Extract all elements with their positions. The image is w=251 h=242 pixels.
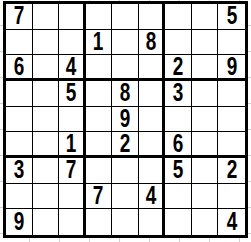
cell-r3c6[interactable] bbox=[139, 55, 166, 81]
cell-r3c9[interactable]: 9 bbox=[218, 55, 245, 81]
cell-r7c6[interactable] bbox=[139, 158, 166, 184]
cell-r6c5[interactable]: 2 bbox=[112, 132, 139, 158]
cell-r9c2[interactable] bbox=[33, 209, 60, 235]
given-digit: 4 bbox=[145, 184, 156, 209]
cell-r2c8[interactable] bbox=[192, 30, 219, 56]
given-digit: 9 bbox=[13, 209, 24, 235]
cell-r9c8[interactable] bbox=[192, 209, 219, 235]
cell-r5c6[interactable] bbox=[139, 107, 166, 133]
given-digit: 7 bbox=[93, 184, 104, 209]
cell-r4c9[interactable] bbox=[218, 81, 245, 107]
cell-r3c8[interactable] bbox=[192, 55, 219, 81]
cell-r6c4[interactable] bbox=[86, 132, 113, 158]
cell-r3c1[interactable]: 6 bbox=[6, 55, 33, 81]
cell-r9c6[interactable] bbox=[139, 209, 166, 235]
cell-r3c2[interactable] bbox=[33, 55, 60, 81]
cell-r5c8[interactable] bbox=[192, 107, 219, 133]
given-digit: 8 bbox=[120, 81, 131, 106]
cell-r8c9[interactable] bbox=[218, 184, 245, 210]
cell-r2c3[interactable] bbox=[59, 30, 86, 56]
cell-r7c4[interactable] bbox=[86, 158, 113, 184]
given-digit: 5 bbox=[173, 158, 184, 183]
cell-r8c5[interactable] bbox=[112, 184, 139, 210]
cell-r2c9[interactable] bbox=[218, 30, 245, 56]
cell-r6c6[interactable] bbox=[139, 132, 166, 158]
cell-r7c5[interactable] bbox=[112, 158, 139, 184]
cell-r5c2[interactable] bbox=[33, 107, 60, 133]
cell-r9c1[interactable]: 9 bbox=[6, 209, 33, 235]
given-digit: 8 bbox=[145, 30, 156, 55]
cell-r8c6[interactable]: 4 bbox=[139, 184, 166, 210]
cell-r4c3[interactable]: 5 bbox=[59, 81, 86, 107]
cell-r6c1[interactable] bbox=[6, 132, 33, 158]
given-digit: 6 bbox=[173, 132, 184, 156]
cell-r4c4[interactable] bbox=[86, 81, 113, 107]
cell-r6c2[interactable] bbox=[33, 132, 60, 158]
cell-r4c5[interactable]: 8 bbox=[112, 81, 139, 107]
given-digit: 5 bbox=[226, 4, 237, 29]
cell-r6c3[interactable]: 1 bbox=[59, 132, 86, 158]
cell-r1c8[interactable] bbox=[192, 4, 219, 30]
cell-r2c4[interactable]: 1 bbox=[86, 30, 113, 56]
given-digit: 1 bbox=[93, 30, 104, 55]
cell-r7c1[interactable]: 3 bbox=[6, 158, 33, 184]
cell-r2c1[interactable] bbox=[6, 30, 33, 56]
given-digit: 3 bbox=[173, 81, 184, 106]
cell-r7c9[interactable]: 2 bbox=[218, 158, 245, 184]
cell-r6c8[interactable] bbox=[192, 132, 219, 158]
cell-r9c7[interactable] bbox=[165, 209, 192, 235]
cell-r7c8[interactable] bbox=[192, 158, 219, 184]
cell-r7c7[interactable]: 5 bbox=[165, 158, 192, 184]
sudoku-board: 75186429583912637527494 bbox=[3, 1, 248, 238]
cell-r9c4[interactable] bbox=[86, 209, 113, 235]
cell-r4c6[interactable] bbox=[139, 81, 166, 107]
cell-r1c6[interactable] bbox=[139, 4, 166, 30]
cell-r9c5[interactable] bbox=[112, 209, 139, 235]
given-digit: 7 bbox=[13, 4, 24, 29]
cell-r8c8[interactable] bbox=[192, 184, 219, 210]
cell-r8c3[interactable] bbox=[59, 184, 86, 210]
cell-r5c9[interactable] bbox=[218, 107, 245, 133]
cell-r3c7[interactable]: 2 bbox=[165, 55, 192, 81]
given-digit: 1 bbox=[66, 132, 77, 156]
given-digit: 5 bbox=[66, 81, 77, 106]
cell-r5c4[interactable] bbox=[86, 107, 113, 133]
given-digit: 2 bbox=[120, 132, 131, 156]
cell-r1c9[interactable]: 5 bbox=[218, 4, 245, 30]
given-digit: 7 bbox=[66, 158, 77, 183]
given-digit: 4 bbox=[66, 55, 77, 79]
cell-r1c1[interactable]: 7 bbox=[6, 4, 33, 30]
cell-r5c7[interactable] bbox=[165, 107, 192, 133]
cell-r7c2[interactable] bbox=[33, 158, 60, 184]
spreadsheet-background: 75186429583912637527494 bbox=[0, 0, 251, 242]
given-digit: 9 bbox=[120, 107, 131, 132]
cell-r8c7[interactable] bbox=[165, 184, 192, 210]
cell-r7c3[interactable]: 7 bbox=[59, 158, 86, 184]
given-digit: 6 bbox=[13, 55, 24, 79]
cell-r4c8[interactable] bbox=[192, 81, 219, 107]
given-digit: 2 bbox=[173, 55, 184, 79]
cell-r5c5[interactable]: 9 bbox=[112, 107, 139, 133]
given-digit: 4 bbox=[226, 209, 237, 235]
given-digit: 9 bbox=[226, 55, 237, 79]
cell-r3c4[interactable] bbox=[86, 55, 113, 81]
cell-r8c1[interactable] bbox=[6, 184, 33, 210]
cell-r5c1[interactable] bbox=[6, 107, 33, 133]
cell-r2c5[interactable] bbox=[112, 30, 139, 56]
cell-r4c1[interactable] bbox=[6, 81, 33, 107]
cell-r9c3[interactable] bbox=[59, 209, 86, 235]
cell-r3c5[interactable] bbox=[112, 55, 139, 81]
cell-r4c7[interactable]: 3 bbox=[165, 81, 192, 107]
cell-r1c5[interactable] bbox=[112, 4, 139, 30]
cell-r8c4[interactable]: 7 bbox=[86, 184, 113, 210]
cell-r2c2[interactable] bbox=[33, 30, 60, 56]
cell-r1c2[interactable] bbox=[33, 4, 60, 30]
cell-r5c3[interactable] bbox=[59, 107, 86, 133]
cell-r1c4[interactable] bbox=[86, 4, 113, 30]
cell-r4c2[interactable] bbox=[33, 81, 60, 107]
given-digit: 2 bbox=[226, 158, 237, 183]
cell-r2c6[interactable]: 8 bbox=[139, 30, 166, 56]
cell-r3c3[interactable]: 4 bbox=[59, 55, 86, 81]
cell-r6c7[interactable]: 6 bbox=[165, 132, 192, 158]
cell-r1c3[interactable] bbox=[59, 4, 86, 30]
cell-r8c2[interactable] bbox=[33, 184, 60, 210]
cell-r9c9[interactable]: 4 bbox=[218, 209, 245, 235]
cell-r6c9[interactable] bbox=[218, 132, 245, 158]
cell-r1c7[interactable] bbox=[165, 4, 192, 30]
given-digit: 3 bbox=[13, 158, 24, 183]
cell-r2c7[interactable] bbox=[165, 30, 192, 56]
